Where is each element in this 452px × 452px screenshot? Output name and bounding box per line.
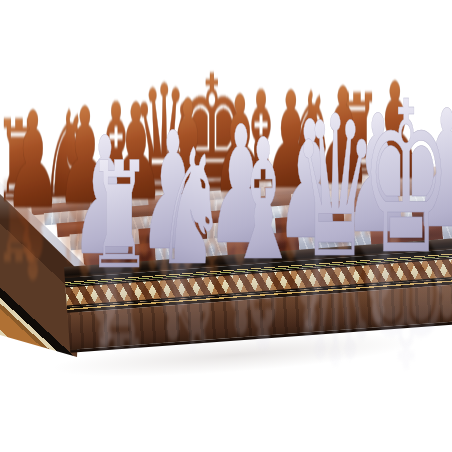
piece-white-king-e1[interactable]: ♚	[361, 74, 451, 283]
studio-background: ♜♜♞♞♝♝♛♛♚♚♝♝♞♞♜♜♟♟♟♟♟♟♟♟♟♟♟♟♟♟♟♟♟♟♟♟♟♟♟♟…	[0, 0, 452, 452]
piece-white-rook-a1[interactable]: ♜	[88, 144, 151, 291]
piece-white-bishop-c1[interactable]: ♝	[227, 118, 299, 285]
piece-black-pawn-a7[interactable]: ♟	[4, 94, 61, 227]
piece-white-knight-b1[interactable]: ♞	[157, 129, 226, 288]
